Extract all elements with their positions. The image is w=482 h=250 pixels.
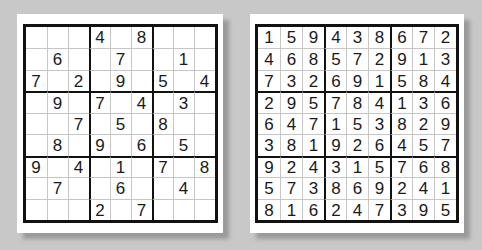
cell-puzzle-r4c8: 3 — [173, 91, 194, 113]
cell-puzzle-r9c6: 7 — [131, 199, 152, 221]
cell-puzzle-r2c6 — [131, 48, 152, 70]
cell-puzzle-r1c3 — [68, 27, 89, 49]
cell-puzzle-r7c4 — [89, 156, 110, 178]
cell-puzzle-r3c1: 7 — [26, 70, 47, 92]
cell-puzzle-r1c1 — [26, 27, 47, 49]
cell-puzzle-r3c7: 5 — [152, 70, 173, 92]
cell-solution-r9c7: 3 — [390, 199, 412, 221]
cell-puzzle-r8c8: 4 — [173, 177, 194, 199]
cell-solution-r8c2: 7 — [280, 177, 302, 199]
cell-solution-r1c6: 8 — [368, 27, 390, 49]
cell-solution-r4c7: 1 — [390, 91, 412, 113]
cell-puzzle-r1c6: 8 — [131, 27, 152, 49]
cell-puzzle-r6c7 — [152, 134, 173, 156]
cell-solution-r3c7: 5 — [390, 70, 412, 92]
cell-solution-r5c7: 8 — [390, 113, 412, 135]
cell-solution-r6c7: 4 — [390, 134, 412, 156]
cell-solution-r4c9: 6 — [434, 91, 456, 113]
cell-solution-r6c9: 7 — [434, 134, 456, 156]
cell-solution-r6c3: 1 — [302, 134, 324, 156]
cell-puzzle-r4c4: 7 — [89, 91, 110, 113]
cell-puzzle-r2c3 — [68, 48, 89, 70]
cell-solution-r6c6: 6 — [368, 134, 390, 156]
cell-puzzle-r3c5: 9 — [110, 70, 131, 92]
cell-puzzle-r8c1 — [26, 177, 47, 199]
cell-puzzle-r8c5: 6 — [110, 177, 131, 199]
cell-solution-r8c4: 8 — [324, 177, 346, 199]
cell-solution-r3c3: 2 — [302, 70, 324, 92]
cell-solution-r1c8: 7 — [412, 27, 434, 49]
cell-solution-r3c5: 9 — [346, 70, 368, 92]
cell-solution-r2c4: 5 — [324, 48, 346, 70]
cell-puzzle-r7c7: 7 — [152, 156, 173, 178]
cell-solution-r6c8: 5 — [412, 134, 434, 156]
cell-puzzle-r2c9 — [194, 48, 215, 70]
cell-puzzle-r9c2 — [47, 199, 68, 221]
cell-solution-r1c7: 6 — [390, 27, 412, 49]
cell-puzzle-r8c4 — [89, 177, 110, 199]
cell-puzzle-r9c8 — [173, 199, 194, 221]
cell-puzzle-r8c7 — [152, 177, 173, 199]
cell-puzzle-r6c1 — [26, 134, 47, 156]
cell-solution-r1c5: 3 — [346, 27, 368, 49]
cell-solution-r7c1: 9 — [258, 156, 280, 178]
cell-solution-r5c5: 5 — [346, 113, 368, 135]
sudoku-solution-grid: 1594386724685729137326915842957841366471… — [255, 24, 459, 224]
cell-solution-r1c1: 1 — [258, 27, 280, 49]
cell-puzzle-r8c3 — [68, 177, 89, 199]
cell-puzzle-r5c4 — [89, 113, 110, 135]
cell-puzzle-r1c8 — [173, 27, 194, 49]
cell-solution-r4c3: 5 — [302, 91, 324, 113]
cell-puzzle-r1c5 — [110, 27, 131, 49]
cell-puzzle-r7c3: 4 — [68, 156, 89, 178]
cell-solution-r8c5: 6 — [346, 177, 368, 199]
cell-solution-r7c2: 2 — [280, 156, 302, 178]
cell-solution-r7c7: 7 — [390, 156, 412, 178]
cell-puzzle-r3c3: 2 — [68, 70, 89, 92]
cell-puzzle-r6c2: 8 — [47, 134, 68, 156]
cell-puzzle-r7c5: 1 — [110, 156, 131, 178]
cell-puzzle-r7c2 — [47, 156, 68, 178]
cell-puzzle-r8c2: 7 — [47, 177, 68, 199]
cell-puzzle-r3c2 — [47, 70, 68, 92]
cell-puzzle-r6c9 — [194, 134, 215, 156]
cell-solution-r2c8: 1 — [412, 48, 434, 70]
cell-puzzle-r5c6 — [131, 113, 152, 135]
cell-solution-r8c8: 4 — [412, 177, 434, 199]
cell-solution-r3c6: 1 — [368, 70, 390, 92]
cell-puzzle-r5c3: 7 — [68, 113, 89, 135]
cell-solution-r6c2: 8 — [280, 134, 302, 156]
cell-solution-r4c5: 8 — [346, 91, 368, 113]
cell-puzzle-r4c3 — [68, 91, 89, 113]
cell-solution-r7c9: 8 — [434, 156, 456, 178]
cell-puzzle-r2c2: 6 — [47, 48, 68, 70]
cell-puzzle-r5c2 — [47, 113, 68, 135]
cell-solution-r8c7: 2 — [390, 177, 412, 199]
cell-solution-r3c4: 6 — [324, 70, 346, 92]
cell-solution-r7c3: 4 — [302, 156, 324, 178]
cell-puzzle-r1c2 — [47, 27, 68, 49]
cell-solution-r2c1: 4 — [258, 48, 280, 70]
cell-solution-r9c9: 5 — [434, 199, 456, 221]
cell-solution-r9c6: 7 — [368, 199, 390, 221]
cell-solution-r2c9: 3 — [434, 48, 456, 70]
cell-solution-r5c1: 6 — [258, 113, 280, 135]
sudoku-solution-panel: 1594386724685729137326915842957841366471… — [250, 14, 464, 233]
cell-solution-r2c5: 7 — [346, 48, 368, 70]
cell-solution-r1c4: 4 — [324, 27, 346, 49]
cell-puzzle-r4c6: 4 — [131, 91, 152, 113]
cell-puzzle-r5c7: 8 — [152, 113, 173, 135]
cell-solution-r7c4: 3 — [324, 156, 346, 178]
cell-solution-r4c1: 2 — [258, 91, 280, 113]
cell-puzzle-r8c9 — [194, 177, 215, 199]
cell-solution-r1c3: 9 — [302, 27, 324, 49]
cell-solution-r7c6: 5 — [368, 156, 390, 178]
cell-puzzle-r2c5: 7 — [110, 48, 131, 70]
cell-puzzle-r3c8 — [173, 70, 194, 92]
cell-solution-r1c2: 5 — [280, 27, 302, 49]
cell-puzzle-r9c7 — [152, 199, 173, 221]
cell-puzzle-r7c1: 9 — [26, 156, 47, 178]
cell-solution-r6c4: 9 — [324, 134, 346, 156]
cell-puzzle-r2c4 — [89, 48, 110, 70]
cell-puzzle-r2c7 — [152, 48, 173, 70]
cell-solution-r9c5: 4 — [346, 199, 368, 221]
cell-puzzle-r6c3 — [68, 134, 89, 156]
cell-puzzle-r4c2: 9 — [47, 91, 68, 113]
cell-puzzle-r2c8: 1 — [173, 48, 194, 70]
cell-solution-r6c5: 2 — [346, 134, 368, 156]
cell-puzzle-r3c6 — [131, 70, 152, 92]
cell-puzzle-r7c9: 8 — [194, 156, 215, 178]
cell-puzzle-r6c5 — [110, 134, 131, 156]
cell-puzzle-r5c5: 5 — [110, 113, 131, 135]
cell-solution-r5c6: 3 — [368, 113, 390, 135]
cell-solution-r2c2: 6 — [280, 48, 302, 70]
cell-puzzle-r9c4: 2 — [89, 199, 110, 221]
cell-solution-r2c3: 8 — [302, 48, 324, 70]
cell-solution-r9c1: 8 — [258, 199, 280, 221]
cell-puzzle-r9c5 — [110, 199, 131, 221]
cell-puzzle-r5c9 — [194, 113, 215, 135]
cell-puzzle-r6c4: 9 — [89, 134, 110, 156]
cell-solution-r7c5: 1 — [346, 156, 368, 178]
cell-puzzle-r1c9 — [194, 27, 215, 49]
cell-solution-r9c2: 1 — [280, 199, 302, 221]
cell-solution-r3c2: 3 — [280, 70, 302, 92]
cell-solution-r2c6: 2 — [368, 48, 390, 70]
cell-puzzle-r1c7 — [152, 27, 173, 49]
cell-solution-r5c9: 9 — [434, 113, 456, 135]
cell-solution-r5c3: 7 — [302, 113, 324, 135]
cell-puzzle-r7c6 — [131, 156, 152, 178]
cell-solution-r4c2: 9 — [280, 91, 302, 113]
cell-puzzle-r5c8 — [173, 113, 194, 135]
cell-solution-r1c9: 2 — [434, 27, 456, 49]
cell-puzzle-r3c4 — [89, 70, 110, 92]
cell-puzzle-r6c8: 5 — [173, 134, 194, 156]
cell-solution-r5c4: 1 — [324, 113, 346, 135]
cell-solution-r9c3: 6 — [302, 199, 324, 221]
sudoku-puzzle-panel: 4867172954974375889659417876427 — [17, 14, 223, 233]
cell-puzzle-r8c6 — [131, 177, 152, 199]
cell-solution-r7c8: 6 — [412, 156, 434, 178]
cell-solution-r4c4: 7 — [324, 91, 346, 113]
cell-puzzle-r9c9 — [194, 199, 215, 221]
cell-puzzle-r2c1 — [26, 48, 47, 70]
cell-solution-r5c2: 4 — [280, 113, 302, 135]
cell-puzzle-r6c6: 6 — [131, 134, 152, 156]
cell-solution-r3c8: 8 — [412, 70, 434, 92]
cell-solution-r8c3: 3 — [302, 177, 324, 199]
cell-puzzle-r4c9 — [194, 91, 215, 113]
cell-puzzle-r9c1 — [26, 199, 47, 221]
cell-solution-r2c7: 9 — [390, 48, 412, 70]
cell-puzzle-r5c1 — [26, 113, 47, 135]
cell-puzzle-r9c3 — [68, 199, 89, 221]
cell-solution-r8c6: 9 — [368, 177, 390, 199]
cell-puzzle-r4c1 — [26, 91, 47, 113]
cell-puzzle-r4c5 — [110, 91, 131, 113]
cell-puzzle-r1c4: 4 — [89, 27, 110, 49]
cell-puzzle-r7c8 — [173, 156, 194, 178]
cell-solution-r8c1: 5 — [258, 177, 280, 199]
cell-solution-r5c8: 2 — [412, 113, 434, 135]
cell-solution-r3c9: 4 — [434, 70, 456, 92]
cell-solution-r8c9: 1 — [434, 177, 456, 199]
cell-solution-r9c8: 9 — [412, 199, 434, 221]
cell-puzzle-r3c9: 4 — [194, 70, 215, 92]
cell-solution-r4c8: 3 — [412, 91, 434, 113]
cell-solution-r6c1: 3 — [258, 134, 280, 156]
cell-solution-r3c1: 7 — [258, 70, 280, 92]
cell-solution-r4c6: 4 — [368, 91, 390, 113]
cell-puzzle-r4c7 — [152, 91, 173, 113]
sudoku-puzzle-grid: 4867172954974375889659417876427 — [23, 24, 218, 224]
cell-solution-r9c4: 2 — [324, 199, 346, 221]
